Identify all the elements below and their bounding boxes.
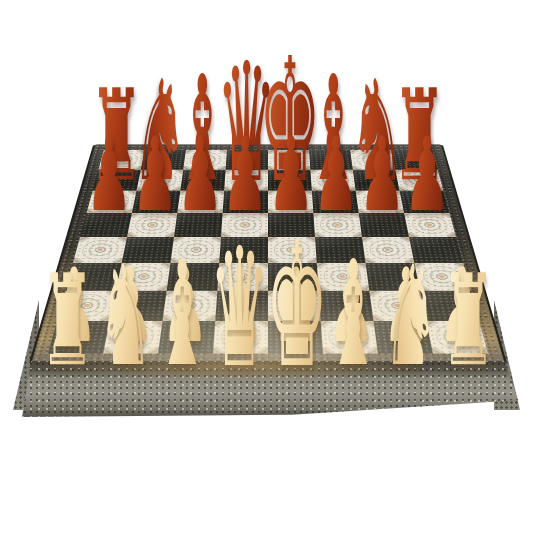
piece-white-king-e1[interactable]: ♚: [262, 221, 332, 392]
piece-black-pawn-h7[interactable]: ♟: [401, 123, 453, 225]
piece-white-knight-b1[interactable]: ♞: [93, 247, 156, 386]
piece-black-pawn-b7[interactable]: ♟: [128, 123, 180, 225]
piece-black-pawn-a7[interactable]: ♟: [83, 123, 135, 225]
piece-white-bishop-f1[interactable]: ♝: [324, 242, 384, 387]
piece-black-pawn-d7[interactable]: ♟: [219, 123, 271, 225]
piece-black-pawn-g7[interactable]: ♟: [355, 123, 407, 225]
piece-white-bishop-c1[interactable]: ♝: [152, 242, 212, 387]
piece-white-rook-a1[interactable]: ♜: [37, 257, 99, 383]
pieces-layer: ♜♞♝♛♚♝♞♜♟♟♟♟♟♟♟♟♟♟♟♟♟♟♟♟♜♞♝♛♚♝♞♜: [0, 0, 533, 533]
piece-white-knight-g1[interactable]: ♞: [380, 247, 443, 386]
chessboard-photo-scene: ♜♞♝♛♚♝♞♜♟♟♟♟♟♟♟♟♟♟♟♟♟♟♟♟♜♞♝♛♚♝♞♜: [0, 0, 533, 533]
piece-white-rook-h1[interactable]: ♜: [438, 257, 500, 383]
